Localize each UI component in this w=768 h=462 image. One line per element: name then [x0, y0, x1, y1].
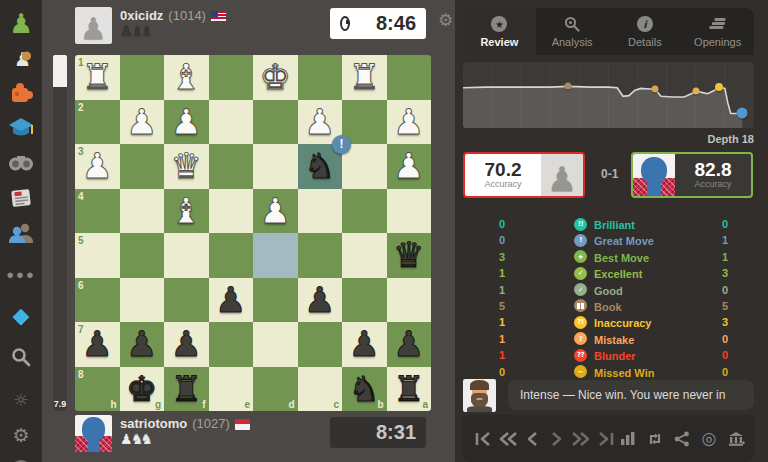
square-f4[interactable]: ♝	[164, 189, 209, 234]
classification-row-blunder: 1??Blunder0	[463, 346, 754, 362]
player-top: ♟ 0xicidz (1014) ♟ ♝♝	[75, 7, 226, 47]
white-queen-f3[interactable]: ♛	[164, 144, 209, 189]
board-settings-gear-icon[interactable]: ⚙	[438, 10, 453, 30]
square-a7[interactable]: ♟	[387, 322, 432, 367]
rank-label-8: 8	[78, 369, 84, 380]
openings-books-icon	[709, 16, 727, 33]
count-black-mistake: 0	[696, 333, 754, 345]
count-white-inaccuracy: 1	[463, 316, 541, 328]
accuracy-section: 70.2 Accuracy ♟ 0-1 82.8 Accuracy	[463, 152, 754, 198]
file-label-c: c	[333, 399, 339, 410]
classification-label-blunder: Blunder	[587, 350, 636, 362]
classification-label-missed_win: Missed Win	[587, 367, 654, 379]
white-pawn-d4[interactable]: ♟	[253, 189, 298, 234]
evaluation-bar-white	[53, 55, 67, 87]
chess-board[interactable]: 1♜♝♚♜2♟♟♟♟3♟♛♞!♟4♝♟5♛6♟♟7♟♟♟♟♟8hg♚f♜edcb…	[75, 55, 431, 411]
count-white-mistake: 1	[463, 333, 541, 345]
tab-openings[interactable]: Openings	[681, 8, 754, 55]
evaluation-graph[interactable]	[463, 62, 754, 128]
square-e8[interactable]: e	[209, 367, 254, 412]
retry-icon[interactable]	[645, 429, 665, 449]
back-button[interactable]	[520, 426, 545, 452]
square-a2[interactable]: ♟	[387, 100, 432, 145]
count-black-book: 5	[696, 300, 754, 312]
accuracy-black-value: 82.8	[695, 160, 732, 180]
blunder-icon: ??	[574, 349, 587, 362]
review-star-icon: ★	[491, 16, 507, 33]
square-g6[interactable]	[120, 278, 165, 323]
player-bottom-captured-pieces: ♟ ♞♞	[120, 432, 250, 447]
details-info-icon: i	[637, 16, 653, 33]
theme-toggle-icon[interactable]: ☼	[6, 385, 36, 415]
app-sidebar: ♟ ♟	[0, 0, 42, 462]
classification-label-good: Good	[587, 285, 623, 297]
square-h4[interactable]: 4	[75, 189, 120, 234]
square-h1[interactable]: 1♜	[75, 55, 120, 100]
square-d5[interactable]	[253, 233, 298, 278]
white-pawn-a2[interactable]: ♟	[387, 100, 432, 145]
evaluation-value: 7.9	[53, 399, 67, 409]
classification-label-best: Best Move	[587, 252, 649, 264]
classification-row-great: 0!Great Move1	[463, 231, 754, 247]
graph-move-dot-4[interactable]	[737, 108, 748, 119]
coach-avatar	[463, 379, 496, 412]
share-icon[interactable]	[672, 429, 692, 449]
square-f6[interactable]	[164, 278, 209, 323]
play-icon[interactable]: ♟	[6, 43, 36, 73]
square-f8[interactable]: f♜	[164, 367, 209, 412]
file-label-e: e	[244, 399, 250, 410]
more-menu-icon[interactable]: ●●●	[6, 259, 36, 289]
count-white-blunder: 1	[463, 349, 541, 361]
white-rook-b1[interactable]: ♜	[342, 55, 387, 100]
rank-label-4: 4	[78, 191, 84, 202]
square-b4[interactable]	[342, 189, 387, 234]
classification-label-brilliant: Brilliant	[587, 219, 635, 231]
square-e7[interactable]	[209, 322, 254, 367]
rank-label-6: 6	[78, 280, 84, 291]
square-a5[interactable]: ♛	[387, 233, 432, 278]
settings-gear-icon[interactable]: ⚙	[6, 420, 36, 450]
tab-analysis[interactable]: Analysis	[536, 8, 609, 55]
mistake-icon: ?	[574, 332, 587, 345]
square-h3[interactable]: 3♟	[75, 144, 120, 189]
square-b7[interactable]: ♟	[342, 322, 387, 367]
news-icon[interactable]	[6, 183, 36, 213]
white-bishop-f4[interactable]: ♝	[164, 189, 209, 234]
last-move-button[interactable]	[594, 426, 619, 452]
flag-indonesia-icon	[235, 419, 250, 430]
square-f7[interactable]: ♟	[164, 322, 209, 367]
square-c7[interactable]	[298, 322, 343, 367]
evaluation-graph-svg	[463, 62, 754, 128]
white-rook-h1[interactable]: ♜	[75, 55, 120, 100]
game-result: 0-1	[601, 167, 618, 181]
count-black-missed_win: 0	[696, 366, 754, 378]
white-pawn-a3[interactable]: ♟	[387, 144, 432, 189]
forward-button[interactable]	[545, 426, 570, 452]
clock-bottom-time: 8:31	[376, 421, 416, 444]
excellent-icon: ✓	[574, 267, 587, 280]
good-icon: ✓	[574, 283, 587, 296]
square-f1[interactable]: ♝	[164, 55, 209, 100]
square-f5[interactable]	[164, 233, 209, 278]
black-pawn-c6[interactable]: ♟	[298, 278, 343, 323]
square-b8[interactable]: b♞	[342, 367, 387, 412]
square-c3[interactable]: ♞!	[298, 144, 343, 189]
flag-us-icon	[211, 11, 226, 22]
white-pawn-avatar: ♟	[541, 154, 583, 196]
player-top-avatar[interactable]: ♟	[75, 7, 112, 44]
classification-row-missed_win: 0−Missed Win0	[463, 363, 754, 379]
count-black-good: 0	[696, 284, 754, 296]
classification-row-book: 5Book5	[463, 297, 754, 313]
square-h6[interactable]: 6	[75, 278, 120, 323]
move-navigation-bar: ◎	[463, 415, 754, 462]
clock-top-white: 8:46	[330, 8, 426, 39]
square-e5[interactable]	[209, 233, 254, 278]
square-a8[interactable]: a♜	[387, 367, 432, 412]
square-g7[interactable]: ♟	[120, 322, 165, 367]
player-top-captured-pieces: ♟ ♝♝	[120, 24, 226, 39]
classification-row-good: 1✓Good0	[463, 281, 754, 297]
white-king-d1[interactable]: ♚	[253, 55, 298, 100]
count-black-blunder: 0	[696, 349, 754, 361]
fast-forward-button[interactable]	[569, 426, 594, 452]
count-black-brilliant: 0	[696, 218, 754, 230]
graph-move-dot-3[interactable]	[715, 83, 723, 91]
square-g2[interactable]: ♟	[120, 100, 165, 145]
square-b1[interactable]: ♜	[342, 55, 387, 100]
graph-move-dot-0[interactable]	[564, 83, 571, 90]
square-h5[interactable]: 5	[75, 233, 120, 278]
player-bottom-rating: (1027)	[192, 416, 230, 432]
square-g4[interactable]	[120, 189, 165, 234]
square-e4[interactable]	[209, 189, 254, 234]
clock-running-icon	[340, 16, 350, 31]
count-white-brilliant: 0	[463, 218, 541, 230]
count-black-inaccuracy: 3	[696, 316, 754, 328]
square-d1[interactable]: ♚	[253, 55, 298, 100]
rank-label-2: 2	[78, 102, 84, 113]
square-d3[interactable]	[253, 144, 298, 189]
square-c8[interactable]: c	[298, 367, 343, 412]
book-icon	[574, 299, 587, 312]
graph-move-dot-2[interactable]	[692, 88, 699, 95]
classification-row-excellent: 1✓Excellent3	[463, 264, 754, 280]
chesscom-logo-pawn-icon[interactable]: ♟	[6, 8, 36, 38]
player-bottom-avatar[interactable]	[75, 415, 112, 452]
classification-label-inaccuracy: Inaccuracy	[587, 317, 651, 329]
classification-row-mistake: 1?Mistake0	[463, 330, 754, 346]
count-black-great: 1	[696, 234, 754, 246]
player-bottom: satriotomo (1027) ♟ ♞♞	[75, 415, 250, 455]
best-icon: ★	[574, 250, 587, 263]
square-g5[interactable]	[120, 233, 165, 278]
black-player-avatar	[633, 154, 675, 196]
great-icon: !	[574, 234, 587, 247]
player-bottom-name[interactable]: satriotomo	[120, 416, 187, 432]
brilliant-icon: !!	[574, 218, 587, 231]
player-top-name[interactable]: 0xicidz	[120, 8, 163, 24]
square-a3[interactable]: ♟	[387, 144, 432, 189]
square-f2[interactable]: ♟	[164, 100, 209, 145]
square-h8[interactable]: 8h	[75, 367, 120, 412]
white-pawn-h3[interactable]: ♟	[75, 144, 120, 189]
black-rook-a8[interactable]: ♜	[387, 367, 432, 412]
accuracy-card-black: 82.8 Accuracy	[631, 152, 753, 198]
square-c1[interactable]	[298, 55, 343, 100]
square-g8[interactable]: g♚	[120, 367, 165, 412]
social-icon[interactable]	[6, 218, 36, 248]
accuracy-card-white: 70.2 Accuracy ♟	[463, 152, 585, 198]
black-king-g8[interactable]: ♚	[120, 367, 165, 412]
square-a1[interactable]	[387, 55, 432, 100]
square-d4[interactable]: ♟	[253, 189, 298, 234]
square-a6[interactable]	[387, 278, 432, 323]
classification-label-mistake: Mistake	[587, 334, 634, 346]
black-rook-f8[interactable]: ♜	[164, 367, 209, 412]
square-c5[interactable]	[298, 233, 343, 278]
black-queen-a5[interactable]: ♛	[387, 233, 432, 278]
white-pawn-f2[interactable]: ♟	[164, 100, 209, 145]
practice-target-icon[interactable]: ◎	[699, 429, 719, 449]
white-bishop-f1[interactable]: ♝	[164, 55, 209, 100]
count-white-missed_win: 0	[463, 366, 541, 378]
clock-bottom-black: 8:31	[330, 417, 426, 448]
file-label-h: h	[110, 399, 116, 410]
square-g1[interactable]	[120, 55, 165, 100]
square-d2[interactable]	[253, 100, 298, 145]
count-white-book: 5	[463, 300, 541, 312]
black-knight-b8[interactable]: ♞	[342, 367, 387, 412]
classification-label-excellent: Excellent	[587, 268, 642, 280]
analysis-chart-icon[interactable]	[618, 429, 638, 449]
evaluation-bar: 7.9	[53, 55, 67, 411]
square-b5[interactable]	[342, 233, 387, 278]
watch-icon[interactable]	[6, 148, 36, 178]
engine-depth: Depth 18	[708, 133, 754, 145]
black-pawn-b7[interactable]: ♟	[342, 322, 387, 367]
search-icon[interactable]	[6, 342, 36, 372]
inaccuracy-icon: ?!	[574, 316, 587, 329]
classification-row-inaccuracy: 1?!Inaccuracy3	[463, 313, 754, 329]
fast-backward-button[interactable]	[496, 426, 521, 452]
classification-row-best: 3★Best Move1	[463, 248, 754, 264]
move-classification-list: 0!!Brilliant00!Great Move13★Best Move11✓…	[463, 215, 754, 379]
accuracy-white-value: 70.2	[485, 160, 522, 180]
count-white-best: 3	[463, 251, 541, 263]
count-white-good: 1	[463, 284, 541, 296]
square-a4[interactable]	[387, 189, 432, 234]
square-e3[interactable]	[209, 144, 254, 189]
square-h7[interactable]: 7♟	[75, 322, 120, 367]
black-pawn-h7[interactable]: ♟	[75, 322, 120, 367]
square-d8[interactable]: d	[253, 367, 298, 412]
clock-top-time: 8:46	[376, 12, 416, 35]
file-label-d: d	[288, 399, 294, 410]
square-h2[interactable]: 2	[75, 100, 120, 145]
square-d6[interactable]	[253, 278, 298, 323]
count-black-excellent: 3	[696, 267, 754, 279]
rank-label-5: 5	[78, 235, 84, 246]
count-black-best: 1	[696, 251, 754, 263]
premium-diamond-icon[interactable]: ◆	[6, 301, 36, 331]
panel-tabs: ★ Review Analysis i Details Openings	[463, 8, 754, 55]
tab-details[interactable]: i Details	[609, 8, 682, 55]
tab-review[interactable]: ★ Review	[463, 8, 536, 55]
coach-comment-bubble: Intense — Nice win. You were never in	[508, 380, 754, 410]
graph-move-dot-1[interactable]	[652, 86, 659, 93]
count-white-great: 0	[463, 234, 541, 246]
missed_win-icon: −	[574, 365, 587, 378]
black-pawn-g7[interactable]: ♟	[120, 322, 165, 367]
white-pawn-g2[interactable]: ♟	[120, 100, 165, 145]
square-e2[interactable]	[209, 100, 254, 145]
analysis-magnifier-icon	[564, 16, 580, 33]
count-white-excellent: 1	[463, 267, 541, 279]
classification-label-book: Book	[587, 301, 622, 313]
black-pawn-e6[interactable]: ♟	[209, 278, 254, 323]
square-c6[interactable]: ♟	[298, 278, 343, 323]
classification-row-brilliant: 0!!Brilliant0	[463, 215, 754, 231]
review-panel: ★ Review Analysis i Details Openings	[455, 0, 768, 462]
square-d7[interactable]	[253, 322, 298, 367]
add-to-library-icon[interactable]	[726, 429, 746, 449]
square-e6[interactable]: ♟	[209, 278, 254, 323]
classification-label-great: Great Move	[587, 235, 654, 247]
player-top-rating: (1014)	[168, 8, 206, 24]
coach-comment: Intense — Nice win. You were never in	[463, 378, 754, 412]
learn-icon[interactable]	[6, 113, 36, 143]
puzzles-icon[interactable]	[6, 78, 36, 108]
square-b6[interactable]	[342, 278, 387, 323]
black-pawn-a7[interactable]: ♟	[387, 322, 432, 367]
square-e1[interactable]	[209, 55, 254, 100]
square-f3[interactable]: ♛	[164, 144, 209, 189]
great-move-badge: !	[332, 135, 351, 154]
help-icon[interactable]: ?	[6, 455, 36, 462]
black-pawn-f7[interactable]: ♟	[164, 322, 209, 367]
game-area: ♟ 0xicidz (1014) ♟ ♝♝ 8:46 ⚙ 7.9 1♜♝♚♜2♟…	[42, 0, 455, 462]
square-g3[interactable]	[120, 144, 165, 189]
first-move-button[interactable]	[471, 426, 496, 452]
square-c4[interactable]	[298, 189, 343, 234]
